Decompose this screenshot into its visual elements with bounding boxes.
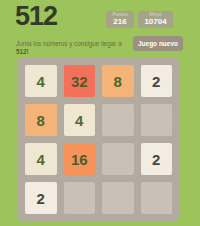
tile-4: 4 (25, 65, 57, 97)
empty-cell (102, 143, 134, 175)
tile-4: 4 (25, 143, 57, 175)
goal-number: 512! (16, 48, 29, 55)
best-score-box: Mejor 10704 (138, 11, 173, 28)
score-box: Puntos 216 (106, 11, 134, 28)
empty-cell (141, 182, 173, 214)
tile-16: 16 (64, 143, 96, 175)
score-value: 216 (113, 18, 126, 26)
tile-2: 2 (25, 182, 57, 214)
tile-2: 2 (141, 65, 173, 97)
tile-8: 8 (102, 65, 134, 97)
instructions-prefix: Junta los números y consigue llegar a (16, 40, 122, 47)
tile-8: 8 (25, 104, 57, 136)
game-title: 512 (15, 1, 57, 32)
new-game-button[interactable]: Juego nuevo (133, 36, 183, 51)
empty-cell (102, 182, 134, 214)
empty-cell (141, 104, 173, 136)
empty-cell (64, 182, 96, 214)
tile-4: 4 (64, 104, 96, 136)
game-board[interactable]: 432828441622 (18, 58, 179, 221)
best-value: 10704 (144, 18, 166, 26)
tile-2: 2 (141, 143, 173, 175)
empty-cell (102, 104, 134, 136)
instructions-text: Junta los números y consigue llegar a 51… (16, 40, 134, 56)
tile-32: 32 (64, 65, 96, 97)
